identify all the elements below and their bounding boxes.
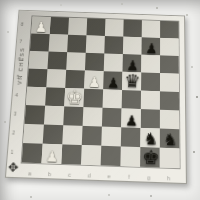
square-h8 — [160, 21, 178, 39]
file-label-d: d — [79, 171, 99, 178]
square-b7 — [49, 34, 69, 52]
board-grid: ♟♟♟♟♟♛♚♟♞♞♟♚ — [21, 16, 181, 170]
file-label-h: h — [159, 174, 179, 181]
square-c2 — [62, 125, 82, 145]
square-d7 — [86, 35, 105, 53]
square-b5 — [46, 69, 66, 88]
square-b1: ♟ — [41, 144, 62, 164]
square-a3 — [25, 105, 46, 124]
square-g3 — [141, 109, 160, 129]
square-f3: ♟ — [121, 108, 141, 127]
board-wrap: VN CHESS 87654321 ✥ ♟♟♟♟♟♛♚♟♞♞♟♚ abcdefg… — [5, 10, 187, 184]
square-f7 — [123, 37, 142, 55]
piece-black-king: ♚ — [141, 147, 160, 167]
square-d5: ♟ — [84, 71, 104, 90]
square-e5: ♟ — [103, 71, 122, 90]
piece-white-pawn: ♟ — [87, 75, 100, 89]
square-h6 — [160, 55, 179, 73]
square-g1: ♚ — [140, 147, 160, 167]
piece-black-pawn: ♟ — [125, 113, 138, 128]
square-b4 — [45, 87, 65, 106]
square-g6 — [141, 55, 160, 73]
chessboard-photo: VN CHESS 87654321 ✥ ♟♟♟♟♟♛♚♟♞♞♟♚ abcdefg… — [0, 0, 200, 200]
board-margin: VN CHESS 87654321 ✥ ♟♟♟♟♟♛♚♟♞♞♟♚ abcdefg… — [5, 10, 187, 184]
square-g4 — [141, 91, 160, 110]
square-g8 — [142, 20, 160, 38]
piece-black-knight: ♞ — [162, 132, 178, 149]
square-h1 — [160, 148, 180, 168]
file-label-c: c — [59, 171, 79, 178]
square-a2 — [23, 124, 44, 144]
square-b6 — [47, 52, 67, 70]
square-e7 — [104, 36, 123, 54]
square-c1 — [61, 144, 82, 164]
square-e2 — [101, 127, 121, 147]
square-c3 — [63, 106, 83, 125]
square-e1 — [101, 146, 121, 166]
square-e4 — [103, 89, 123, 108]
square-c4: ♚ — [64, 88, 84, 107]
piece-black-queen: ♛ — [123, 72, 140, 91]
piece-white-pawn: ♟ — [34, 20, 47, 34]
piece-white-pawn: ♟ — [45, 149, 58, 164]
piece-black-pawn: ♟ — [145, 41, 158, 55]
square-a1 — [22, 143, 43, 163]
square-b8 — [50, 17, 69, 35]
square-d8 — [86, 18, 105, 36]
square-e8 — [105, 19, 124, 37]
square-g7: ♟ — [141, 37, 160, 55]
piece-white-king: ♚ — [65, 87, 83, 107]
square-a4 — [26, 87, 46, 106]
square-b2 — [43, 125, 64, 145]
rank-label-4: 4 — [15, 92, 18, 98]
file-label-a: a — [20, 169, 40, 176]
file-label-b: b — [40, 170, 60, 177]
square-a8: ♟ — [31, 16, 50, 34]
square-h5 — [160, 73, 179, 92]
file-label-e: e — [99, 172, 119, 179]
square-f2 — [121, 127, 141, 147]
square-d2 — [82, 126, 102, 146]
file-labels: abcdefgh — [20, 169, 179, 181]
file-label-g: g — [139, 173, 159, 180]
square-d1 — [81, 145, 101, 165]
square-a7 — [30, 33, 50, 51]
square-e3 — [102, 108, 122, 127]
square-f4 — [122, 90, 141, 109]
square-h3 — [160, 110, 179, 130]
square-g5 — [141, 73, 160, 92]
square-a5 — [27, 69, 47, 88]
square-c8 — [68, 18, 87, 36]
square-a6 — [29, 51, 49, 69]
rank-label-2: 2 — [12, 129, 15, 135]
square-d3 — [83, 107, 103, 126]
square-f5: ♛ — [122, 72, 141, 91]
dust-speckles — [0, 0, 2, 2]
square-c7 — [67, 35, 86, 53]
square-c6 — [66, 52, 86, 70]
square-d6 — [85, 53, 104, 71]
square-h4 — [160, 91, 179, 110]
file-label-f: f — [119, 173, 139, 180]
square-b3 — [44, 106, 64, 125]
rank-label-1: 1 — [11, 148, 14, 154]
piece-black-pawn: ♟ — [106, 75, 119, 89]
rank-label-3: 3 — [14, 110, 17, 116]
rank-label-8: 8 — [21, 21, 24, 26]
square-f1 — [120, 146, 140, 166]
square-h2: ♞ — [160, 129, 180, 149]
square-e6 — [104, 53, 123, 71]
square-f8 — [123, 20, 142, 38]
compass-logo-icon: ✥ — [7, 161, 18, 174]
square-h7 — [160, 38, 179, 56]
square-d4 — [83, 89, 103, 108]
rank-label-7: 7 — [19, 38, 22, 44]
